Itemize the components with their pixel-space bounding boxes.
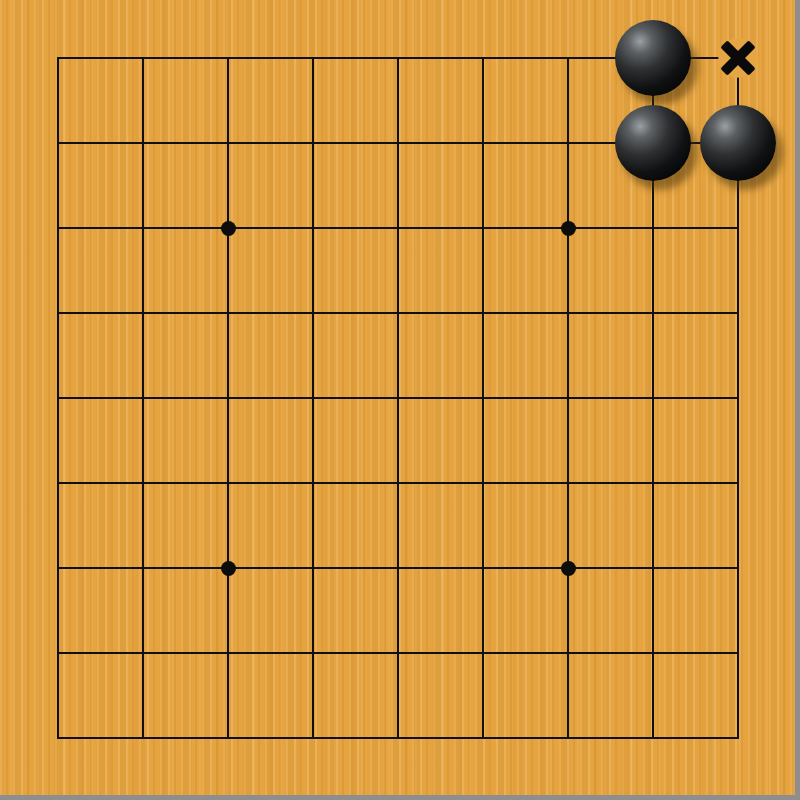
black-stone — [615, 20, 691, 96]
intersection-grid — [16, 16, 781, 781]
go-board[interactable] — [0, 0, 800, 800]
black-stone — [700, 105, 776, 181]
star-point — [561, 221, 576, 236]
star-point — [221, 561, 236, 576]
star-point — [221, 221, 236, 236]
x-marker-icon — [714, 34, 762, 82]
star-point — [561, 561, 576, 576]
board-edge-shadow-bottom — [0, 795, 800, 800]
black-stone — [615, 105, 691, 181]
board-edge-shadow-right — [795, 0, 800, 800]
